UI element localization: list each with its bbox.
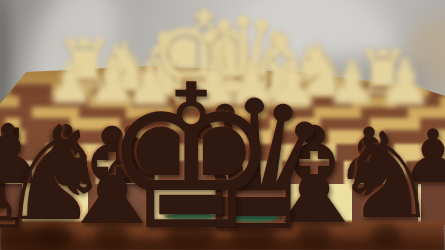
piece-black-knight-b8: ♞: [333, 117, 439, 236]
piece-black-king-e8: ♚: [102, 59, 281, 250]
chess-photo-scene: ♜♞♝♚♛♝♞♜♟♟♟♟♟♟♟♟♜♟♟♟♟♟♞♝♝♞♛♚: [0, 0, 445, 250]
